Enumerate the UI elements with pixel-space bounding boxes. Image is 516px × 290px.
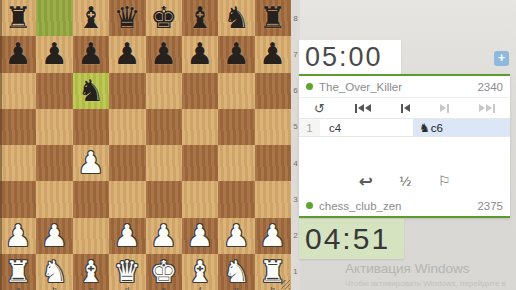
player-rating: 2375 <box>477 200 503 212</box>
square-c6[interactable]: ♞ <box>73 73 109 109</box>
square-e3[interactable] <box>146 181 182 217</box>
white-pawn[interactable]: ♟ <box>223 221 250 251</box>
knight-figurine-icon: ♞ <box>419 121 430 135</box>
square-b2[interactable]: ♟ <box>36 218 72 254</box>
move-black-text: c6 <box>431 122 443 134</box>
black-pawn[interactable]: ♟ <box>187 39 214 69</box>
chess-app-window: ♜♝♛♚♝♞♜♟♟♟♟♟♟♟♟♞♟♟♟♟♟♟♟♟♜♞♝♛♚♝♞♜ 8765432… <box>0 0 516 290</box>
square-e2[interactable]: ♟ <box>146 218 182 254</box>
white-queen[interactable]: ♛ <box>114 257 141 287</box>
square-h2[interactable]: ♟ <box>255 218 291 254</box>
square-b6[interactable] <box>36 73 72 109</box>
black-queen[interactable]: ♛ <box>114 3 141 33</box>
move-black-selected[interactable]: ♞ c6 <box>413 119 510 136</box>
square-g5[interactable] <box>218 109 254 145</box>
white-king[interactable]: ♚ <box>150 257 177 287</box>
square-b8[interactable] <box>36 0 72 36</box>
square-h3[interactable] <box>255 181 291 217</box>
square-a5[interactable] <box>0 109 36 145</box>
online-status-dot <box>306 83 313 90</box>
square-g8[interactable]: ♞ <box>218 0 254 36</box>
black-king[interactable]: ♚ <box>150 3 177 33</box>
white-pawn[interactable]: ♟ <box>114 221 141 251</box>
black-rook[interactable]: ♜ <box>259 3 286 33</box>
square-b5[interactable] <box>36 109 72 145</box>
player-row: chess_club_zen 2375 <box>299 195 510 216</box>
add-time-button[interactable]: + <box>494 51 509 66</box>
square-d8[interactable]: ♛ <box>109 0 145 36</box>
square-g6[interactable] <box>218 73 254 109</box>
square-a2[interactable]: ♟ <box>0 218 36 254</box>
square-f4[interactable] <box>182 145 218 181</box>
square-a6[interactable] <box>0 73 36 109</box>
draw-offer-button[interactable]: ½ <box>399 175 412 188</box>
square-b7[interactable]: ♟ <box>36 36 72 72</box>
windows-activation-subtext: Чтобы активировать Windows, перейдите в <box>345 279 506 288</box>
file-label-a: a <box>0 286 36 290</box>
square-d6[interactable] <box>109 73 145 109</box>
white-pawn[interactable]: ♟ <box>41 221 68 251</box>
rank-label-1: 1 <box>291 254 300 290</box>
square-f2[interactable]: ♟ <box>182 218 218 254</box>
black-pawn[interactable]: ♟ <box>259 39 286 69</box>
square-b3[interactable] <box>36 181 72 217</box>
black-pawn[interactable]: ♟ <box>114 39 141 69</box>
square-f5[interactable] <box>182 109 218 145</box>
square-g4[interactable] <box>218 145 254 181</box>
file-label-f: f <box>182 286 218 290</box>
square-d2[interactable]: ♟ <box>109 218 145 254</box>
black-bishop[interactable]: ♝ <box>187 3 214 33</box>
square-a8[interactable]: ♜ <box>0 0 36 36</box>
move-navigation: ↺ <box>299 98 510 118</box>
black-pawn[interactable]: ♟ <box>223 39 250 69</box>
square-d5[interactable] <box>109 109 145 145</box>
black-pawn[interactable]: ♟ <box>77 39 104 69</box>
game-actions: ↩ ½ ⚐ <box>299 169 510 193</box>
file-coordinates: abcdefgh <box>0 286 291 290</box>
resign-flag-icon[interactable]: ⚐ <box>438 174 451 188</box>
game-card: The_Over_Killer 2340 ↺ 1 c4 ♞ <box>299 74 510 218</box>
file-label-b: b <box>36 286 72 290</box>
square-d3[interactable] <box>109 181 145 217</box>
next-move-icon[interactable] <box>440 104 449 113</box>
opponent-clock: 05:00 <box>299 40 401 74</box>
player-clock-active: 04:51 <box>299 219 404 259</box>
file-label-e: e <box>146 286 182 290</box>
square-d4[interactable] <box>109 145 145 181</box>
move-list-row: 1 c4 ♞ c6 <box>299 118 510 137</box>
opponent-name[interactable]: The_Over_Killer <box>319 81 402 93</box>
white-pawn[interactable]: ♟ <box>5 221 32 251</box>
square-c3[interactable] <box>73 181 109 217</box>
black-knight[interactable]: ♞ <box>223 3 250 33</box>
white-bishop[interactable]: ♝ <box>187 257 214 287</box>
last-move-icon[interactable] <box>479 104 495 113</box>
black-pawn[interactable]: ♟ <box>150 39 177 69</box>
square-h5[interactable] <box>255 109 291 145</box>
move-white[interactable]: c4 <box>320 119 413 136</box>
square-b4[interactable] <box>36 145 72 181</box>
windows-activation-watermark: Активация Windows <box>345 261 469 276</box>
square-d7[interactable]: ♟ <box>109 36 145 72</box>
square-e5[interactable] <box>146 109 182 145</box>
square-g7[interactable]: ♟ <box>218 36 254 72</box>
rank-label-8: 8 <box>291 0 300 36</box>
black-pawn[interactable]: ♟ <box>41 39 68 69</box>
square-g2[interactable]: ♟ <box>218 218 254 254</box>
square-g3[interactable] <box>218 181 254 217</box>
white-pawn[interactable]: ♟ <box>259 221 286 251</box>
board-resize-handle[interactable] <box>281 280 290 289</box>
first-move-icon[interactable] <box>355 104 371 113</box>
white-knight[interactable]: ♞ <box>41 257 68 287</box>
square-a3[interactable] <box>0 181 36 217</box>
opponent-row: The_Over_Killer 2340 <box>299 76 510 98</box>
chess-board[interactable]: ♜♝♛♚♝♞♜♟♟♟♟♟♟♟♟♞♟♟♟♟♟♟♟♟♜♞♝♛♚♝♞♜ <box>0 0 291 290</box>
previous-move-icon[interactable] <box>401 104 410 113</box>
square-c5[interactable] <box>73 109 109 145</box>
online-status-dot <box>306 202 313 209</box>
square-a7[interactable]: ♟ <box>0 36 36 72</box>
square-f6[interactable] <box>182 73 218 109</box>
white-pawn[interactable]: ♟ <box>77 148 104 178</box>
square-a4[interactable] <box>0 145 36 181</box>
square-c7[interactable]: ♟ <box>73 36 109 72</box>
white-knight[interactable]: ♞ <box>223 257 250 287</box>
square-e6[interactable] <box>146 73 182 109</box>
square-h6[interactable] <box>255 73 291 109</box>
square-c4[interactable]: ♟ <box>73 145 109 181</box>
square-h8[interactable]: ♜ <box>255 0 291 36</box>
opponent-rating: 2340 <box>477 81 503 93</box>
square-e7[interactable]: ♟ <box>146 36 182 72</box>
move-number: 1 <box>299 119 320 136</box>
square-e4[interactable] <box>146 145 182 181</box>
black-pawn[interactable]: ♟ <box>5 39 32 69</box>
square-f3[interactable] <box>182 181 218 217</box>
white-pawn[interactable]: ♟ <box>187 221 214 251</box>
player-name[interactable]: chess_club_zen <box>319 200 401 212</box>
square-f7[interactable]: ♟ <box>182 36 218 72</box>
side-panel: 05:00 + The_Over_Killer 2340 ↺ <box>300 0 516 290</box>
takeback-icon[interactable]: ↩ <box>359 173 373 190</box>
white-bishop[interactable]: ♝ <box>77 257 104 287</box>
square-f8[interactable]: ♝ <box>182 0 218 36</box>
file-label-c: c <box>73 286 109 290</box>
square-c8[interactable]: ♝ <box>73 0 109 36</box>
black-knight[interactable]: ♞ <box>77 76 104 106</box>
square-c2[interactable] <box>73 218 109 254</box>
flip-board-icon[interactable]: ↺ <box>314 102 325 115</box>
square-h4[interactable] <box>255 145 291 181</box>
file-label-g: g <box>218 286 254 290</box>
square-e8[interactable]: ♚ <box>146 0 182 36</box>
white-pawn[interactable]: ♟ <box>150 221 177 251</box>
black-rook[interactable]: ♜ <box>5 3 32 33</box>
file-label-d: d <box>109 286 145 290</box>
square-h7[interactable]: ♟ <box>255 36 291 72</box>
white-rook[interactable]: ♜ <box>5 257 32 287</box>
black-bishop[interactable]: ♝ <box>77 3 104 33</box>
